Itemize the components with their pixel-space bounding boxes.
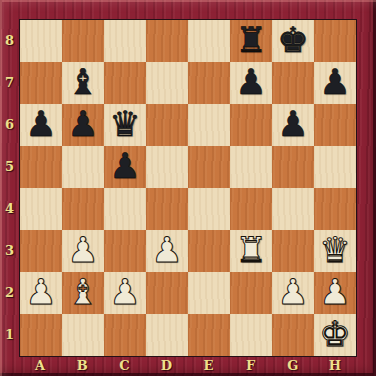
rank-label-4: 4: [0, 188, 19, 230]
square-d1[interactable]: [146, 314, 188, 356]
square-h2[interactable]: ♟: [314, 272, 356, 314]
square-h1[interactable]: ♚: [314, 314, 356, 356]
file-label-f: F: [230, 356, 272, 374]
square-c2[interactable]: ♟: [104, 272, 146, 314]
square-h4[interactable]: [314, 188, 356, 230]
piece-white-pawn[interactable]: ♟: [272, 272, 314, 314]
rank-labels: 87654321: [0, 19, 19, 356]
square-e2[interactable]: [188, 272, 230, 314]
square-f7[interactable]: ♟: [230, 62, 272, 104]
square-a5[interactable]: [20, 146, 62, 188]
piece-black-rook[interactable]: ♜: [230, 20, 272, 62]
file-label-h: H: [314, 356, 356, 374]
square-e7[interactable]: [188, 62, 230, 104]
file-labels: ABCDEFGH: [19, 356, 356, 374]
square-g6[interactable]: ♟: [272, 104, 314, 146]
square-d7[interactable]: [146, 62, 188, 104]
square-h6[interactable]: [314, 104, 356, 146]
square-b3[interactable]: ♟: [62, 230, 104, 272]
square-e8[interactable]: [188, 20, 230, 62]
square-b8[interactable]: [62, 20, 104, 62]
square-g4[interactable]: [272, 188, 314, 230]
file-label-d: D: [145, 356, 187, 374]
chess-board[interactable]: ♜♚♝♟♟♟♟♛♟♟♟♟♜♛♟♝♟♟♟♚: [19, 19, 357, 357]
square-a4[interactable]: [20, 188, 62, 230]
file-label-a: A: [19, 356, 61, 374]
square-d2[interactable]: [146, 272, 188, 314]
square-g2[interactable]: ♟: [272, 272, 314, 314]
square-b4[interactable]: [62, 188, 104, 230]
square-g3[interactable]: [272, 230, 314, 272]
square-c7[interactable]: [104, 62, 146, 104]
square-g1[interactable]: [272, 314, 314, 356]
square-b7[interactable]: ♝: [62, 62, 104, 104]
square-f5[interactable]: [230, 146, 272, 188]
piece-white-pawn[interactable]: ♟: [20, 272, 62, 314]
square-h3[interactable]: ♛: [314, 230, 356, 272]
square-e5[interactable]: [188, 146, 230, 188]
piece-black-bishop[interactable]: ♝: [62, 62, 104, 104]
square-c3[interactable]: [104, 230, 146, 272]
square-a8[interactable]: [20, 20, 62, 62]
square-a6[interactable]: ♟: [20, 104, 62, 146]
piece-white-queen[interactable]: ♛: [314, 230, 356, 272]
square-c4[interactable]: [104, 188, 146, 230]
square-h7[interactable]: ♟: [314, 62, 356, 104]
rank-label-8: 8: [0, 19, 19, 61]
square-e3[interactable]: [188, 230, 230, 272]
square-d5[interactable]: [146, 146, 188, 188]
square-g8[interactable]: ♚: [272, 20, 314, 62]
rank-label-3: 3: [0, 230, 19, 272]
square-e4[interactable]: [188, 188, 230, 230]
square-f8[interactable]: ♜: [230, 20, 272, 62]
rank-label-1: 1: [0, 314, 19, 356]
file-label-g: G: [272, 356, 314, 374]
square-b1[interactable]: [62, 314, 104, 356]
piece-white-rook[interactable]: ♜: [230, 230, 272, 272]
square-a2[interactable]: ♟: [20, 272, 62, 314]
file-label-c: C: [103, 356, 145, 374]
piece-white-pawn[interactable]: ♟: [62, 230, 104, 272]
square-f6[interactable]: [230, 104, 272, 146]
square-f3[interactable]: ♜: [230, 230, 272, 272]
rank-label-6: 6: [0, 103, 19, 145]
square-a1[interactable]: [20, 314, 62, 356]
piece-white-pawn[interactable]: ♟: [314, 272, 356, 314]
square-d8[interactable]: [146, 20, 188, 62]
piece-black-pawn[interactable]: ♟: [230, 62, 272, 104]
piece-black-pawn[interactable]: ♟: [272, 104, 314, 146]
rank-label-2: 2: [0, 272, 19, 314]
piece-black-pawn[interactable]: ♟: [20, 104, 62, 146]
square-a3[interactable]: [20, 230, 62, 272]
square-b2[interactable]: ♝: [62, 272, 104, 314]
square-d3[interactable]: ♟: [146, 230, 188, 272]
square-h8[interactable]: [314, 20, 356, 62]
square-e6[interactable]: [188, 104, 230, 146]
rank-label-7: 7: [0, 61, 19, 103]
square-g5[interactable]: [272, 146, 314, 188]
rank-label-5: 5: [0, 145, 19, 187]
square-b5[interactable]: [62, 146, 104, 188]
piece-black-pawn[interactable]: ♟: [104, 146, 146, 188]
square-b6[interactable]: ♟: [62, 104, 104, 146]
piece-black-pawn[interactable]: ♟: [314, 62, 356, 104]
square-c5[interactable]: ♟: [104, 146, 146, 188]
piece-white-king[interactable]: ♚: [314, 314, 356, 356]
square-f1[interactable]: [230, 314, 272, 356]
square-e1[interactable]: [188, 314, 230, 356]
piece-white-bishop[interactable]: ♝: [62, 272, 104, 314]
piece-black-pawn[interactable]: ♟: [62, 104, 104, 146]
square-c6[interactable]: ♛: [104, 104, 146, 146]
square-d6[interactable]: [146, 104, 188, 146]
piece-white-pawn[interactable]: ♟: [104, 272, 146, 314]
file-label-e: E: [188, 356, 230, 374]
piece-white-pawn[interactable]: ♟: [146, 230, 188, 272]
board-frame: 87654321 ABCDEFGH ♜♚♝♟♟♟♟♛♟♟♟♟♜♛♟♝♟♟♟♚: [0, 0, 376, 376]
square-g7[interactable]: [272, 62, 314, 104]
square-f2[interactable]: [230, 272, 272, 314]
square-f4[interactable]: [230, 188, 272, 230]
file-label-b: B: [61, 356, 103, 374]
square-h5[interactable]: [314, 146, 356, 188]
piece-black-queen[interactable]: ♛: [104, 104, 146, 146]
square-c1[interactable]: [104, 314, 146, 356]
square-c8[interactable]: [104, 20, 146, 62]
square-a7[interactable]: [20, 62, 62, 104]
piece-black-king[interactable]: ♚: [272, 20, 314, 62]
square-d4[interactable]: [146, 188, 188, 230]
